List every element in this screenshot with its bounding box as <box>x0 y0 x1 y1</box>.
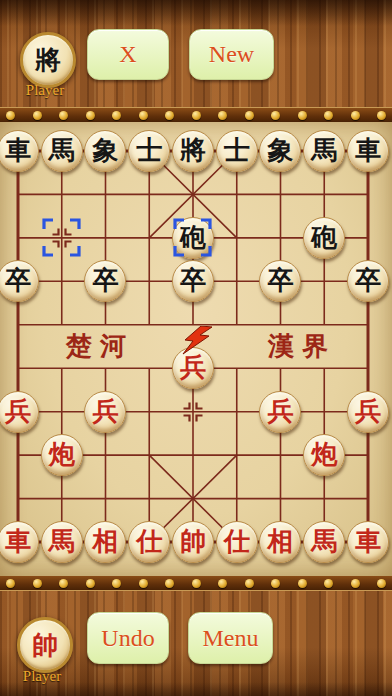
piece-black-soldier[interactable]: 卒 <box>172 260 214 302</box>
piece-red-rook[interactable]: 車 <box>0 521 39 563</box>
piece-black-horse[interactable]: 馬 <box>41 130 83 172</box>
piece-glyph: 兵 <box>180 354 206 380</box>
piece-glyph: 相 <box>267 528 293 554</box>
piece-glyph: 馬 <box>49 137 75 163</box>
stud-icon <box>351 111 360 120</box>
piece-black-advisor[interactable]: 士 <box>216 130 258 172</box>
piece-black-advisor[interactable]: 士 <box>128 130 170 172</box>
stud-icon <box>33 111 42 120</box>
stud-icon <box>192 111 201 120</box>
piece-glyph: 兵 <box>355 398 381 424</box>
piece-red-soldier[interactable]: 兵 <box>172 347 214 389</box>
piece-glyph: 相 <box>92 528 118 554</box>
piece-glyph: 炮 <box>49 441 75 467</box>
stud-icon <box>324 579 333 588</box>
piece-black-soldier[interactable]: 卒 <box>347 260 389 302</box>
piece-red-soldier[interactable]: 兵 <box>259 391 301 433</box>
stud-icon <box>86 111 95 120</box>
piece-red-cannon[interactable]: 炮 <box>303 434 345 476</box>
piece-glyph: 兵 <box>92 398 118 424</box>
piece-glyph: 帥 <box>180 528 206 554</box>
xiangqi-app: 將 Player X New <box>0 0 392 696</box>
last-move-highlight <box>172 217 213 258</box>
bottom-player-label: Player <box>0 668 87 685</box>
piece-black-rook[interactable]: 車 <box>347 130 389 172</box>
piece-red-general[interactable]: 帥 <box>172 521 214 563</box>
bottom-stud-strip <box>0 576 392 591</box>
piece-glyph: 仕 <box>136 528 162 554</box>
stud-icon <box>59 111 68 120</box>
piece-glyph: 車 <box>355 137 381 163</box>
last-move-highlight <box>41 217 82 258</box>
stud-icon <box>218 579 227 588</box>
piece-glyph: 馬 <box>311 528 337 554</box>
piece-glyph: 象 <box>92 137 118 163</box>
piece-layer: 車馬象士將士象馬車砲砲卒卒卒卒卒兵兵兵兵兵炮炮車馬相仕帥仕相馬車 <box>0 129 390 563</box>
red-general-glyph: 帥 <box>32 632 58 658</box>
stud-icon <box>271 111 280 120</box>
piece-glyph: 仕 <box>224 528 250 554</box>
stud-icon <box>245 111 254 120</box>
black-general-glyph: 將 <box>35 47 61 73</box>
stud-icon <box>139 111 148 120</box>
top-player-label: Player <box>0 82 90 99</box>
piece-black-elephant[interactable]: 象 <box>84 130 126 172</box>
piece-black-soldier[interactable]: 卒 <box>84 260 126 302</box>
piece-glyph: 卒 <box>180 267 206 293</box>
stud-icon <box>59 579 68 588</box>
piece-glyph: 象 <box>267 137 293 163</box>
stud-icon <box>298 579 307 588</box>
stud-icon <box>271 579 280 588</box>
piece-black-cannon[interactable]: 砲 <box>303 217 345 259</box>
stud-icon <box>112 579 121 588</box>
stud-icon <box>377 579 386 588</box>
stud-icon <box>377 111 386 120</box>
piece-glyph: 卒 <box>267 267 293 293</box>
piece-red-soldier[interactable]: 兵 <box>0 391 39 433</box>
stud-icon <box>245 579 254 588</box>
xiangqi-board[interactable]: 楚河 漢界 車馬象士將士象馬車砲砲卒卒卒卒卒兵兵兵兵兵炮炮車馬相仕帥仕相馬車 <box>0 122 392 576</box>
red-player-avatar: 帥 <box>17 617 73 673</box>
piece-red-cannon[interactable]: 炮 <box>41 434 83 476</box>
black-player-avatar: 將 <box>20 32 76 88</box>
point-marker <box>180 399 206 425</box>
piece-glyph: 馬 <box>311 137 337 163</box>
piece-glyph: 士 <box>224 137 250 163</box>
piece-red-horse[interactable]: 馬 <box>41 521 83 563</box>
piece-glyph: 車 <box>5 528 31 554</box>
piece-black-soldier[interactable]: 卒 <box>0 260 39 302</box>
piece-glyph: 卒 <box>5 267 31 293</box>
piece-glyph: 馬 <box>49 528 75 554</box>
piece-red-elephant[interactable]: 相 <box>259 521 301 563</box>
piece-glyph: 卒 <box>92 267 118 293</box>
piece-red-elephant[interactable]: 相 <box>84 521 126 563</box>
piece-red-soldier[interactable]: 兵 <box>347 391 389 433</box>
close-button[interactable]: X <box>87 29 169 80</box>
piece-glyph: 車 <box>5 137 31 163</box>
piece-red-horse[interactable]: 馬 <box>303 521 345 563</box>
piece-black-rook[interactable]: 車 <box>0 130 39 172</box>
piece-red-advisor[interactable]: 仕 <box>128 521 170 563</box>
stud-icon <box>6 111 15 120</box>
undo-button[interactable]: Undo <box>87 612 169 664</box>
piece-red-soldier[interactable]: 兵 <box>84 391 126 433</box>
piece-glyph: 將 <box>180 137 206 163</box>
stud-icon <box>351 579 360 588</box>
stud-icon <box>112 111 121 120</box>
piece-red-soldier[interactable]: 車 <box>347 521 389 563</box>
stud-icon <box>192 579 201 588</box>
piece-black-soldier[interactable]: 卒 <box>259 260 301 302</box>
piece-glyph: 士 <box>136 137 162 163</box>
stud-icon <box>324 111 333 120</box>
stud-icon <box>33 579 42 588</box>
stud-icon <box>218 111 227 120</box>
top-stud-strip <box>0 107 392 122</box>
stud-icon <box>139 579 148 588</box>
piece-red-advisor[interactable]: 仕 <box>216 521 258 563</box>
piece-black-general[interactable]: 將 <box>172 130 214 172</box>
piece-glyph: 砲 <box>311 224 337 250</box>
stud-icon <box>86 579 95 588</box>
piece-glyph: 車 <box>355 528 381 554</box>
stud-icon <box>298 111 307 120</box>
piece-black-horse[interactable]: 馬 <box>303 130 345 172</box>
piece-glyph: 兵 <box>267 398 293 424</box>
stud-icon <box>165 579 174 588</box>
piece-glyph: 兵 <box>5 398 31 424</box>
top-vignette <box>0 0 392 26</box>
stud-icon <box>165 111 174 120</box>
piece-glyph: 炮 <box>311 441 337 467</box>
piece-black-elephant[interactable]: 象 <box>259 130 301 172</box>
new-game-button[interactable]: New <box>189 29 274 80</box>
menu-button[interactable]: Menu <box>188 612 273 664</box>
piece-glyph: 卒 <box>355 267 381 293</box>
stud-icon <box>6 579 15 588</box>
